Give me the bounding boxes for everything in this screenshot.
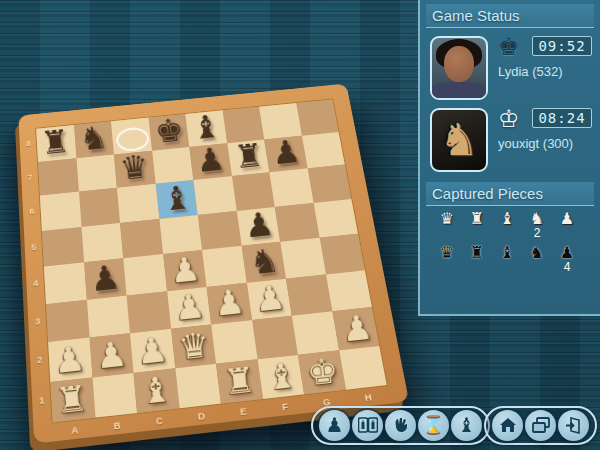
square-a8[interactable]: ♜ — [36, 125, 76, 162]
captured-count — [432, 227, 462, 240]
white-piece-icon: ♛ — [432, 210, 462, 227]
black-pawn-g7[interactable]: ♟ — [266, 133, 307, 171]
square-a5[interactable] — [42, 226, 84, 266]
square-e2[interactable] — [211, 320, 257, 363]
captured-black-slot-3: ♞ — [522, 244, 552, 274]
windows-button[interactable] — [525, 410, 556, 441]
hourglass-icon: ⌛ — [422, 416, 444, 434]
square-c4[interactable] — [123, 254, 166, 295]
captured-count — [522, 261, 552, 274]
captured-white-slot-2: ♝ — [492, 210, 522, 240]
black-knight-b8[interactable]: ♞ — [72, 119, 113, 157]
white-bishop-f1[interactable]: ♝ — [258, 355, 303, 398]
white-king-icon: ♔ — [498, 106, 520, 132]
black-bishop-d6[interactable]: ♝ — [155, 179, 197, 218]
white-player-name: youxigt (300) — [498, 136, 573, 151]
avatar-face — [444, 46, 474, 82]
square-d3[interactable]: ♟ — [167, 287, 212, 329]
square-g4[interactable] — [280, 238, 325, 278]
captured-count — [432, 261, 462, 274]
white-piece-icon: ♟ — [552, 210, 582, 227]
black-king-icon: ♚ — [498, 34, 520, 60]
game-info-button[interactable]: ♟ — [319, 410, 350, 441]
captured-black-slot-2: ♝ — [492, 244, 522, 274]
square-g5[interactable] — [275, 203, 319, 242]
square-c7[interactable]: ♛ — [114, 150, 155, 187]
game-status-panel: Game Status ♚ 09:52 Lydia (532) ♞ ♔ 08:2… — [418, 0, 600, 316]
square-c2[interactable]: ♟ — [130, 329, 175, 373]
players-button[interactable] — [352, 410, 383, 441]
white-king-g1[interactable]: ♚ — [300, 351, 345, 393]
white-rook-a1[interactable]: ♜ — [49, 378, 95, 421]
captured-count — [462, 227, 492, 240]
captured-count: 2 — [522, 227, 552, 240]
square-f2[interactable] — [252, 316, 298, 359]
home-button[interactable] — [492, 410, 523, 441]
exit-door-icon — [565, 417, 583, 434]
square-h5[interactable] — [313, 199, 358, 238]
square-g7[interactable]: ♟ — [264, 135, 307, 172]
black-knight-f4[interactable]: ♞ — [242, 241, 285, 281]
square-h3[interactable] — [325, 270, 371, 312]
square-d6[interactable]: ♝ — [155, 180, 197, 218]
white-piece-icon: ♝ — [492, 210, 522, 227]
square-f7[interactable]: ♜ — [227, 139, 270, 176]
square-b7[interactable] — [76, 154, 117, 192]
knight-avatar-icon: ♞ — [432, 112, 486, 168]
black-piece-icon: ♝ — [492, 244, 522, 261]
square-a1[interactable]: ♜ — [50, 377, 95, 422]
bishop-glyph-icon: ♝ — [458, 415, 476, 435]
captured-count — [462, 261, 492, 274]
captured-black-slot-1: ♜ — [462, 244, 492, 274]
file-label-A: A — [67, 424, 83, 436]
square-b4[interactable]: ♟ — [84, 258, 127, 299]
square-d8[interactable]: ♚ — [148, 114, 189, 150]
rank-label-3: 3 — [30, 315, 45, 326]
windows-icon — [532, 417, 550, 433]
square-c5[interactable] — [120, 218, 163, 258]
hand-icon — [392, 416, 410, 434]
square-c3[interactable] — [127, 291, 171, 333]
square-b3[interactable] — [86, 295, 130, 337]
square-f3[interactable]: ♟ — [246, 278, 292, 320]
black-rook-a8[interactable]: ♜ — [35, 123, 77, 161]
white-queen-d2[interactable]: ♛ — [171, 325, 216, 367]
black-player-clock: 09:52 — [532, 36, 592, 56]
square-f1[interactable]: ♝ — [257, 354, 304, 399]
square-c6[interactable] — [117, 184, 159, 223]
square-a7[interactable] — [38, 158, 78, 196]
white-pawn-e3[interactable]: ♟ — [207, 282, 251, 323]
white-pawn-a2[interactable]: ♟ — [47, 338, 92, 380]
black-piece-icon: ♞ — [522, 244, 552, 261]
file-label-F: F — [277, 401, 293, 413]
captured-white-slot-0: ♛ — [432, 210, 462, 240]
square-a4[interactable] — [44, 262, 86, 303]
home-icon — [499, 417, 517, 433]
white-player-clock: 08:24 — [532, 108, 592, 128]
square-e3[interactable]: ♟ — [207, 282, 252, 324]
rank-label-1: 1 — [34, 394, 49, 406]
square-e5[interactable] — [198, 210, 242, 250]
toolbar-group-1: ♟⌛♝ — [311, 406, 490, 445]
avatar-lydia — [430, 36, 488, 100]
two-kings-icon — [358, 417, 378, 433]
pawn-glyph-icon: ♟ — [326, 415, 344, 435]
black-king-d8[interactable]: ♚ — [148, 112, 189, 150]
square-b1[interactable] — [92, 372, 137, 417]
board-scene: ♜♞♚♝♛♟♜♟♝♟♟♟♞♟♟♟♟♟♟♛♟♜♝♜♝♚ 12345678 ABCD… — [14, 66, 394, 406]
file-label-B: B — [109, 420, 125, 432]
toolbar-group-2 — [484, 406, 597, 445]
black-pawn-b4[interactable]: ♟ — [83, 258, 127, 299]
square-h8[interactable] — [296, 99, 339, 135]
captured-pieces-tray: ♛♜♝♞2♟♛♜♝♞♟4 — [432, 210, 590, 274]
square-h6[interactable] — [307, 165, 351, 203]
square-h1[interactable] — [339, 345, 387, 389]
clock-button[interactable]: ⌛ — [418, 410, 449, 441]
black-player-name: Lydia (532) — [498, 64, 563, 79]
board-grid[interactable]: ♜♞♚♝♛♟♜♟♝♟♟♟♞♟♟♟♟♟♟♛♟♜♝♜♝♚ — [36, 99, 387, 422]
resign-button[interactable]: ♝ — [451, 410, 482, 441]
captured-count — [492, 261, 522, 274]
captured-count: 4 — [552, 261, 582, 274]
captured-white-slot-1: ♜ — [462, 210, 492, 240]
square-h2[interactable]: ♟ — [332, 307, 379, 350]
captured-count — [492, 227, 522, 240]
exit-button[interactable] — [558, 410, 589, 441]
hand-move-button[interactable] — [385, 410, 416, 441]
rank-label-6: 6 — [25, 206, 39, 216]
captured-black-slot-0: ♛ — [432, 244, 462, 274]
square-d2[interactable]: ♛ — [171, 324, 216, 367]
captured-black-row: ♛♜♝♞♟4 — [432, 244, 590, 274]
square-g2[interactable] — [292, 311, 339, 354]
chess-board[interactable]: ♜♞♚♝♛♟♜♟♝♟♟♟♞♟♟♟♟♟♟♛♟♜♝♜♝♚ 12345678 ABCD… — [18, 84, 409, 444]
black-piece-icon: ♛ — [432, 244, 462, 261]
file-label-C: C — [151, 415, 167, 427]
square-g3[interactable] — [286, 274, 332, 316]
square-a6[interactable] — [40, 192, 81, 231]
white-pawn-b2[interactable]: ♟ — [88, 334, 133, 376]
square-b2[interactable]: ♟ — [89, 333, 133, 377]
captured-black-slot-4: ♟4 — [552, 244, 582, 274]
avatar-shirt — [432, 82, 486, 98]
captured-white-row: ♛♜♝♞2♟ — [432, 210, 590, 240]
white-bishop-c1[interactable]: ♝ — [133, 369, 179, 412]
white-pawn-f3[interactable]: ♟ — [248, 278, 292, 319]
square-h7[interactable] — [301, 132, 344, 169]
black-piece-icon: ♟ — [552, 244, 582, 261]
rank-label-2: 2 — [32, 354, 47, 366]
rank-label-8: 8 — [21, 139, 35, 149]
square-h4[interactable] — [319, 234, 365, 274]
toolbar: ♟⌛♝ — [311, 404, 597, 446]
black-pawn-f5[interactable]: ♟ — [237, 206, 280, 246]
white-pawn-d4[interactable]: ♟ — [163, 250, 207, 291]
square-g6[interactable] — [269, 168, 313, 206]
square-e1[interactable]: ♜ — [216, 359, 263, 404]
rank-label-4: 4 — [28, 278, 43, 289]
white-pawn-c2[interactable]: ♟ — [130, 329, 175, 371]
square-c1[interactable]: ♝ — [133, 368, 179, 413]
square-b8[interactable]: ♞ — [74, 121, 114, 158]
square-g1[interactable]: ♚ — [298, 350, 346, 394]
avatar-youxigt: ♞ — [430, 108, 488, 172]
player-row-white: ♞ ♔ 08:24 youxigt (300) — [428, 106, 594, 172]
white-pawn-h2[interactable]: ♟ — [334, 307, 378, 349]
square-e6[interactable] — [193, 176, 236, 214]
square-b6[interactable] — [78, 188, 120, 227]
captured-white-slot-4: ♟ — [552, 210, 582, 240]
black-piece-icon: ♜ — [462, 244, 492, 261]
player-row-black: ♚ 09:52 Lydia (532) — [428, 34, 594, 100]
rank-label-7: 7 — [23, 172, 37, 182]
white-pawn-d3[interactable]: ♟ — [167, 287, 211, 328]
captured-count — [552, 227, 582, 240]
square-a3[interactable] — [46, 299, 89, 342]
white-piece-icon: ♜ — [462, 210, 492, 227]
white-piece-icon: ♞ — [522, 210, 552, 227]
black-queen-c7[interactable]: ♛ — [113, 149, 155, 188]
rank-label-5: 5 — [27, 242, 41, 253]
captured-pieces-title: Captured Pieces — [426, 182, 594, 206]
file-label-E: E — [235, 406, 251, 418]
square-d1[interactable] — [175, 363, 221, 408]
black-pawn-e7[interactable]: ♟ — [190, 141, 232, 180]
file-label-D: D — [193, 410, 209, 422]
file-label-H: H — [360, 392, 377, 404]
captured-white-slot-3: ♞2 — [522, 210, 552, 240]
game-status-title: Game Status — [426, 4, 594, 28]
square-e7[interactable]: ♟ — [189, 143, 231, 180]
white-rook-e1[interactable]: ♜ — [217, 360, 263, 403]
black-rook-f7[interactable]: ♜ — [228, 137, 269, 175]
square-a2[interactable]: ♟ — [48, 338, 92, 382]
